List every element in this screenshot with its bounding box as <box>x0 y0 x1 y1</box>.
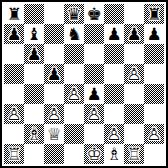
black-pawn-piece: ♟♟ <box>44 64 64 84</box>
piece-glyph: ♟ <box>44 64 64 84</box>
square-d1[interactable] <box>64 144 84 164</box>
white-rook-piece: ♜♖ <box>124 144 144 164</box>
square-h1[interactable] <box>144 144 164 164</box>
square-f3[interactable] <box>104 104 124 124</box>
piece-glyph: ♚ <box>84 4 104 24</box>
white-king-piece: ♚♔ <box>84 144 104 164</box>
black-pawn-piece: ♟♟ <box>84 84 104 104</box>
black-pawn-piece: ♟♟ <box>24 44 44 64</box>
piece-glyph: ♔ <box>84 144 104 164</box>
square-c2[interactable]: ♛♕ <box>44 124 64 144</box>
square-g5[interactable]: ♟♙ <box>124 64 144 84</box>
square-d8[interactable]: ♛♛ <box>64 4 84 24</box>
square-d2[interactable] <box>64 124 84 144</box>
square-g2[interactable] <box>124 124 144 144</box>
square-h2[interactable]: ♟♙ <box>144 124 164 144</box>
square-a7[interactable]: ♟♟ <box>4 24 24 44</box>
piece-glyph: ♟ <box>124 24 144 44</box>
square-e4[interactable]: ♟♟ <box>84 84 104 104</box>
black-queen-piece: ♛♛ <box>64 4 84 24</box>
piece-glyph: ♖ <box>4 144 24 164</box>
square-g3[interactable] <box>124 104 144 124</box>
piece-glyph: ♜ <box>4 4 24 24</box>
square-a8[interactable]: ♜♜ <box>4 4 24 24</box>
square-d5[interactable] <box>64 64 84 84</box>
piece-glyph: ♗ <box>104 144 124 164</box>
white-pawn-piece: ♟♙ <box>64 84 84 104</box>
square-c1[interactable] <box>44 144 64 164</box>
square-g8[interactable] <box>124 4 144 24</box>
square-g1[interactable]: ♜♖ <box>124 144 144 164</box>
white-pawn-piece: ♟♙ <box>4 104 24 124</box>
square-d6[interactable] <box>64 44 84 64</box>
square-c4[interactable] <box>44 84 64 104</box>
piece-glyph: ♙ <box>144 124 164 144</box>
piece-glyph: ♟ <box>24 44 44 64</box>
square-e5[interactable] <box>84 64 104 84</box>
square-h6[interactable] <box>144 44 164 64</box>
square-e7[interactable] <box>84 24 104 44</box>
square-h8[interactable]: ♜♜ <box>144 4 164 24</box>
piece-glyph: ♗ <box>24 124 44 144</box>
white-pawn-piece: ♟♙ <box>104 124 124 144</box>
square-a2[interactable] <box>4 124 24 144</box>
white-pawn-piece: ♟♙ <box>144 124 164 144</box>
square-h7[interactable]: ♟♟ <box>144 24 164 44</box>
black-king-piece: ♚♚ <box>84 4 104 24</box>
black-pawn-piece: ♟♟ <box>124 24 144 44</box>
square-e6[interactable] <box>84 44 104 64</box>
square-g7[interactable]: ♟♟ <box>124 24 144 44</box>
white-queen-piece: ♛♕ <box>44 124 64 144</box>
piece-glyph: ♕ <box>44 124 64 144</box>
square-c5[interactable]: ♟♟ <box>44 64 64 84</box>
square-e8[interactable]: ♚♚ <box>84 4 104 24</box>
square-a3[interactable]: ♟♙ <box>4 104 24 124</box>
piece-glyph: ♝ <box>24 24 44 44</box>
square-c7[interactable] <box>44 24 64 44</box>
square-d3[interactable] <box>64 104 84 124</box>
piece-glyph: ♜ <box>144 4 164 24</box>
piece-glyph: ♛ <box>64 4 84 24</box>
piece-glyph: ♟ <box>84 84 104 104</box>
square-f6[interactable] <box>104 44 124 64</box>
black-knight-piece: ♞♞ <box>64 24 84 44</box>
piece-glyph: ♙ <box>124 64 144 84</box>
square-b1[interactable] <box>24 144 44 164</box>
white-pawn-piece: ♟♙ <box>44 104 64 124</box>
square-f5[interactable] <box>104 64 124 84</box>
square-h5[interactable] <box>144 64 164 84</box>
piece-glyph: ♟ <box>144 24 164 44</box>
square-f4[interactable] <box>104 84 124 104</box>
square-h4[interactable] <box>144 84 164 104</box>
square-b5[interactable] <box>24 64 44 84</box>
square-c8[interactable] <box>44 4 64 24</box>
square-c3[interactable]: ♟♙ <box>44 104 64 124</box>
square-f7[interactable]: ♟♟ <box>104 24 124 44</box>
square-c6[interactable] <box>44 44 64 64</box>
square-h3[interactable] <box>144 104 164 124</box>
piece-glyph: ♟ <box>104 24 124 44</box>
piece-glyph: ♙ <box>84 104 104 124</box>
piece-glyph: ♙ <box>44 104 64 124</box>
square-f1[interactable]: ♝♗ <box>104 144 124 164</box>
square-f2[interactable]: ♟♙ <box>104 124 124 144</box>
black-rook-piece: ♜♜ <box>4 4 24 24</box>
black-pawn-piece: ♟♟ <box>4 24 24 44</box>
square-b4[interactable] <box>24 84 44 104</box>
square-e1[interactable]: ♚♔ <box>84 144 104 164</box>
square-g4[interactable] <box>124 84 144 104</box>
square-a6[interactable] <box>4 44 24 64</box>
square-a1[interactable]: ♜♖ <box>4 144 24 164</box>
square-b7[interactable]: ♝♝ <box>24 24 44 44</box>
square-b2[interactable]: ♝♗ <box>24 124 44 144</box>
white-bishop-piece: ♝♗ <box>104 144 124 164</box>
square-b3[interactable] <box>24 104 44 124</box>
piece-glyph: ♟ <box>4 24 24 44</box>
black-pawn-piece: ♟♟ <box>104 24 124 44</box>
square-b8[interactable] <box>24 4 44 24</box>
piece-glyph: ♞ <box>64 24 84 44</box>
square-b6[interactable]: ♟♟ <box>24 44 44 64</box>
square-g6[interactable] <box>124 44 144 64</box>
square-a5[interactable] <box>4 64 24 84</box>
piece-glyph: ♖ <box>124 144 144 164</box>
square-d7[interactable]: ♞♞ <box>64 24 84 44</box>
square-e2[interactable] <box>84 124 104 144</box>
black-rook-piece: ♜♜ <box>144 4 164 24</box>
black-pawn-piece: ♟♟ <box>144 24 164 44</box>
board-frame: ♜♜♛♛♚♚♜♜♟♟♝♝♞♞♟♟♟♟♟♟♟♟♟♟♟♙♟♙♟♟♟♙♟♙♟♙♝♗♛♕… <box>0 0 168 168</box>
square-a4[interactable] <box>4 84 24 104</box>
chess-board: ♜♜♛♛♚♚♜♜♟♟♝♝♞♞♟♟♟♟♟♟♟♟♟♟♟♙♟♙♟♟♟♙♟♙♟♙♝♗♛♕… <box>4 4 164 164</box>
white-pawn-piece: ♟♙ <box>124 64 144 84</box>
white-bishop-piece: ♝♗ <box>24 124 44 144</box>
square-d4[interactable]: ♟♙ <box>64 84 84 104</box>
black-bishop-piece: ♝♝ <box>24 24 44 44</box>
white-pawn-piece: ♟♙ <box>84 104 104 124</box>
white-rook-piece: ♜♖ <box>4 144 24 164</box>
square-e3[interactable]: ♟♙ <box>84 104 104 124</box>
square-f8[interactable] <box>104 4 124 24</box>
piece-glyph: ♙ <box>4 104 24 124</box>
piece-glyph: ♙ <box>104 124 124 144</box>
piece-glyph: ♙ <box>64 84 84 104</box>
